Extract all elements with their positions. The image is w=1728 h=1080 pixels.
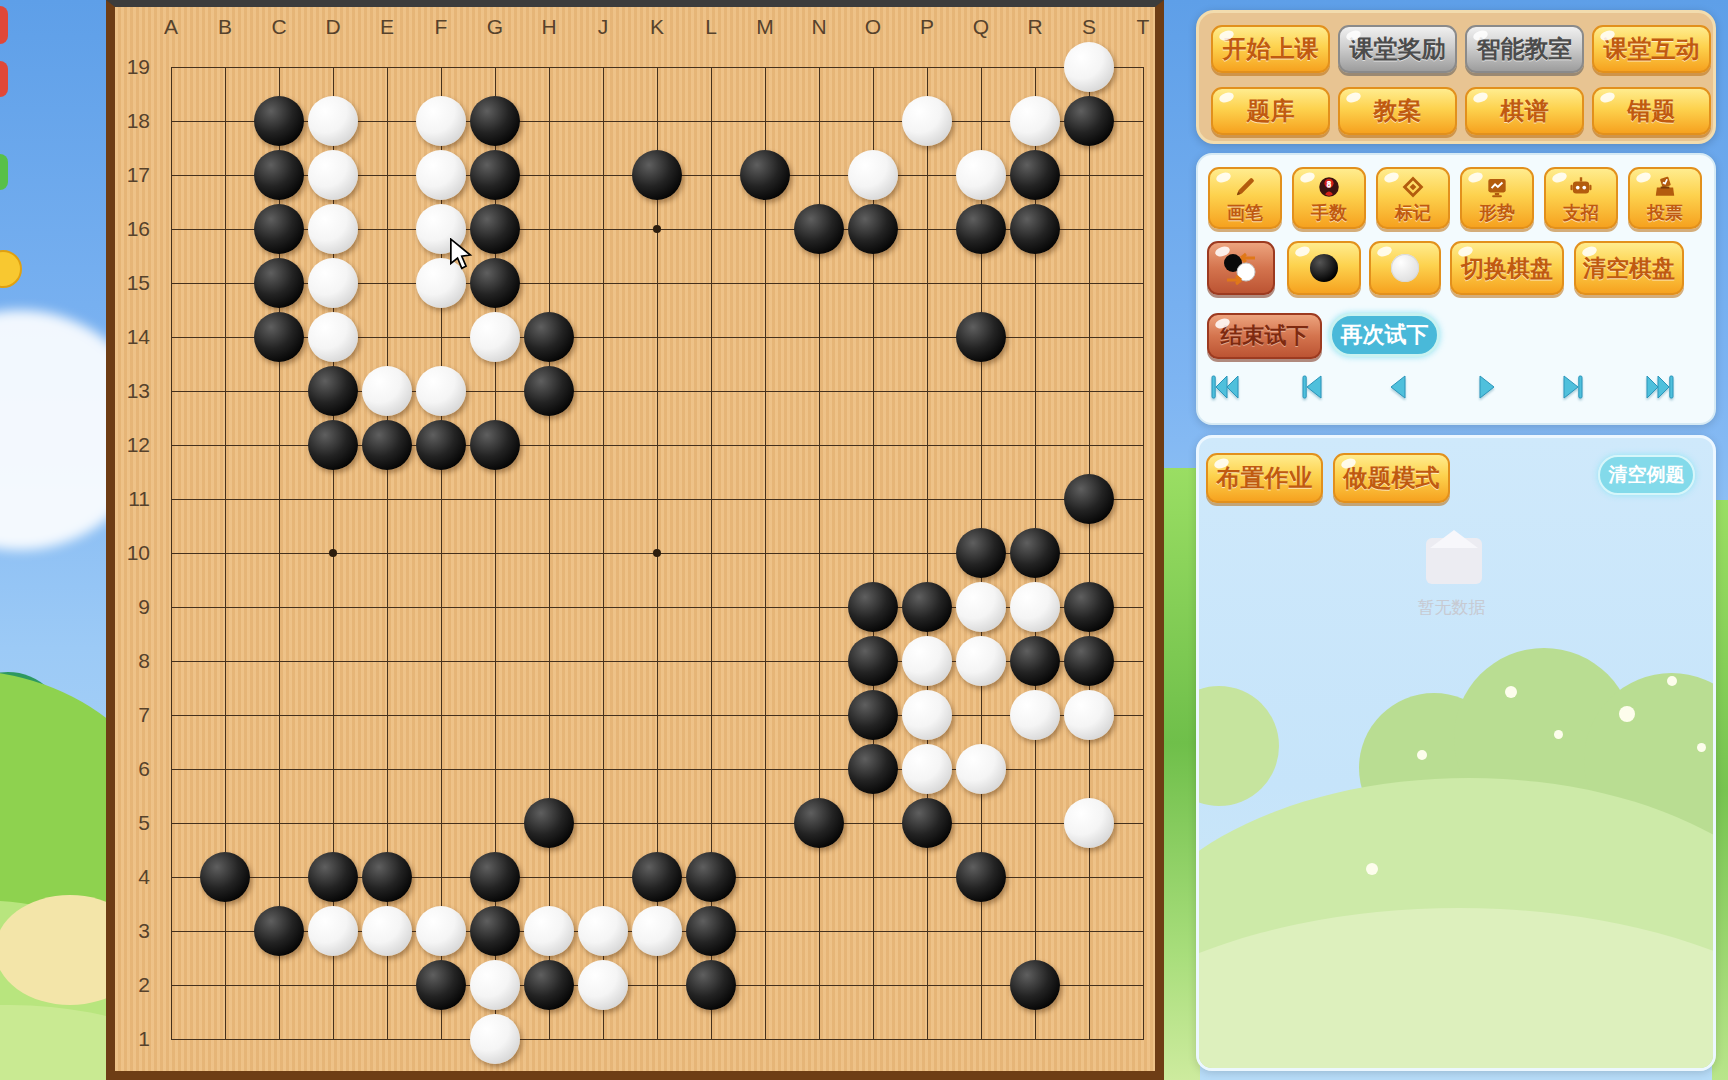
black-stone-O7[interactable] xyxy=(848,690,898,740)
back-button[interactable] xyxy=(1381,369,1417,405)
column-label-N: N xyxy=(804,15,834,39)
menu-button-智能教室[interactable]: 智能教室 xyxy=(1465,25,1584,73)
grid-line-vertical xyxy=(603,67,604,1040)
black-stone-K17[interactable] xyxy=(632,150,682,200)
black-stone-H14[interactable] xyxy=(524,312,574,362)
black-stone-L2[interactable] xyxy=(686,960,736,1010)
black-stone-G12[interactable] xyxy=(470,420,520,470)
move-number-icon: 8 xyxy=(1316,174,1342,200)
white-stone-icon xyxy=(1391,254,1419,282)
row-label-6: 6 xyxy=(116,757,150,781)
alternate-stones-icon xyxy=(1219,250,1263,286)
grid-line-horizontal xyxy=(171,1039,1144,1040)
column-label-R: R xyxy=(1020,15,1050,39)
row-label-14: 14 xyxy=(116,325,150,349)
black-stone-R10[interactable] xyxy=(1010,528,1060,578)
tool-button-label: 画笔 xyxy=(1227,201,1263,225)
tool-button-手数[interactable]: 8手数 xyxy=(1292,167,1366,229)
black-stone-Q16[interactable] xyxy=(956,204,1006,254)
white-stone-Q8[interactable] xyxy=(956,636,1006,686)
white-stone-Q17[interactable] xyxy=(956,150,1006,200)
back-icon xyxy=(1381,369,1417,405)
menu-button-棋谱[interactable]: 棋谱 xyxy=(1465,87,1584,135)
white-stone-D15[interactable] xyxy=(308,258,358,308)
white-stone-H3[interactable] xyxy=(524,906,574,956)
back-one-bar-button[interactable] xyxy=(1295,369,1331,405)
black-stone-N5[interactable] xyxy=(794,798,844,848)
problem-mode-button[interactable]: 做题模式 xyxy=(1333,453,1450,503)
black-stone-G4[interactable] xyxy=(470,852,520,902)
mouse-cursor-icon xyxy=(448,238,478,272)
white-stone-F17[interactable] xyxy=(416,150,466,200)
black-stone-P5[interactable] xyxy=(902,798,952,848)
grid-line-horizontal xyxy=(171,499,1144,500)
gloss xyxy=(1635,171,1652,184)
row-label-1: 1 xyxy=(116,1027,150,1051)
black-stone-C18[interactable] xyxy=(254,96,304,146)
tool-button-label: 形势 xyxy=(1479,201,1515,225)
bush-dot xyxy=(1366,863,1378,875)
row-label-9: 9 xyxy=(116,595,150,619)
row-label-13: 13 xyxy=(116,379,150,403)
menu-button-题库[interactable]: 题库 xyxy=(1211,87,1330,135)
black-stone-L4[interactable] xyxy=(686,852,736,902)
retry-trial-button[interactable]: 再次试下 xyxy=(1329,313,1440,357)
end-trial-label: 结束试下 xyxy=(1221,321,1309,351)
white-stone-Q9[interactable] xyxy=(956,582,1006,632)
white-stone-S5[interactable] xyxy=(1064,798,1114,848)
grid-line-vertical xyxy=(927,67,928,1040)
tool-button-画笔[interactable]: 画笔 xyxy=(1208,167,1282,229)
tool-button-label: 投票 xyxy=(1647,201,1683,225)
switch-board-label: 切换棋盘 xyxy=(1461,253,1553,284)
row-label-3: 3 xyxy=(116,919,150,943)
column-label-T: T xyxy=(1128,15,1158,39)
white-stone-E13[interactable] xyxy=(362,366,412,416)
column-label-L: L xyxy=(696,15,726,39)
black-stone-R8[interactable] xyxy=(1010,636,1060,686)
white-stone-R9[interactable] xyxy=(1010,582,1060,632)
row-label-12: 12 xyxy=(116,433,150,457)
bush-dot xyxy=(1619,706,1635,722)
pencil-icon xyxy=(1232,174,1258,200)
black-stone-O16[interactable] xyxy=(848,204,898,254)
column-label-S: S xyxy=(1074,15,1104,39)
forward-icon xyxy=(1468,369,1504,405)
bush-dot xyxy=(1697,743,1706,752)
envelope-flap xyxy=(1430,530,1478,548)
column-label-D: D xyxy=(318,15,348,39)
gloss xyxy=(1218,91,1235,104)
black-stone-Q14[interactable] xyxy=(956,312,1006,362)
bush-dot xyxy=(1505,686,1517,698)
row-label-2: 2 xyxy=(116,973,150,997)
white-stone-D16[interactable] xyxy=(308,204,358,254)
menu-button-label: 课堂互动 xyxy=(1604,33,1700,65)
grid-line-horizontal xyxy=(171,985,1144,986)
menu-button-错题[interactable]: 错题 xyxy=(1592,87,1711,135)
menu-button-label: 教案 xyxy=(1374,95,1422,127)
black-stone-O6[interactable] xyxy=(848,744,898,794)
white-stone-G1[interactable] xyxy=(470,1014,520,1064)
white-stone-G14[interactable] xyxy=(470,312,520,362)
homework-panel: 布置作业 做题模式 清空例题 暂无数据 xyxy=(1196,435,1716,1071)
column-label-B: B xyxy=(210,15,240,39)
menu-button-开始上课[interactable]: 开始上课 xyxy=(1211,25,1330,73)
tool-button-投票[interactable]: 投票 xyxy=(1628,167,1702,229)
black-stone-O9[interactable] xyxy=(848,582,898,632)
star-point-K10 xyxy=(653,549,661,557)
tool-button-label: 支招 xyxy=(1563,201,1599,225)
row-label-5: 5 xyxy=(116,811,150,835)
white-stone-P18[interactable] xyxy=(902,96,952,146)
white-stone-O17[interactable] xyxy=(848,150,898,200)
go-first-icon xyxy=(1208,369,1244,405)
back-one-bar-icon xyxy=(1295,369,1331,405)
column-label-E: E xyxy=(372,15,402,39)
white-stone-D18[interactable] xyxy=(308,96,358,146)
black-stone-Q10[interactable] xyxy=(956,528,1006,578)
column-label-H: H xyxy=(534,15,564,39)
star-point-K16 xyxy=(653,225,661,233)
column-label-Q: Q xyxy=(966,15,996,39)
column-label-M: M xyxy=(750,15,780,39)
grid-line-horizontal xyxy=(171,823,1144,824)
bush-dot xyxy=(1554,730,1563,739)
clear-board-label: 清空棋盘 xyxy=(1583,253,1675,284)
row-label-7: 7 xyxy=(116,703,150,727)
black-stone-M17[interactable] xyxy=(740,150,790,200)
forward-one-bar-button[interactable] xyxy=(1554,369,1590,405)
tool-button-标记[interactable]: 标记 xyxy=(1376,167,1450,229)
go-first-button[interactable] xyxy=(1208,369,1244,405)
black-stone-D4[interactable] xyxy=(308,852,358,902)
column-label-O: O xyxy=(858,15,888,39)
row-label-18: 18 xyxy=(116,109,150,133)
tool-button-支招[interactable]: 支招 xyxy=(1544,167,1618,229)
white-stone-R7[interactable] xyxy=(1010,690,1060,740)
black-stone-C14[interactable] xyxy=(254,312,304,362)
row-label-17: 17 xyxy=(116,163,150,187)
black-stone-L3[interactable] xyxy=(686,906,736,956)
black-stone-S18[interactable] xyxy=(1064,96,1114,146)
menu-button-课堂互动[interactable]: 课堂互动 xyxy=(1592,25,1711,73)
black-stone-E4[interactable] xyxy=(362,852,412,902)
row-label-8: 8 xyxy=(116,649,150,673)
black-stone-Q4[interactable] xyxy=(956,852,1006,902)
hill-right-gap xyxy=(1160,468,1200,1080)
row-label-16: 16 xyxy=(116,217,150,241)
empty-state-envelope-icon xyxy=(1426,538,1482,584)
menu-button-教案[interactable]: 教案 xyxy=(1338,87,1457,135)
empty-state-text: 暂无数据 xyxy=(1379,596,1524,619)
column-label-J: J xyxy=(588,15,618,39)
black-stone-G3[interactable] xyxy=(470,906,520,956)
black-stone-mode-button[interactable] xyxy=(1287,241,1361,295)
black-stone-R17[interactable] xyxy=(1010,150,1060,200)
white-stone-S7[interactable] xyxy=(1064,690,1114,740)
gloss xyxy=(1383,171,1400,184)
black-stone-C3[interactable] xyxy=(254,906,304,956)
gloss xyxy=(1345,91,1362,104)
top-menu-panel: 开始上课课堂奖励智能教室课堂互动题库教案棋谱错题 xyxy=(1196,10,1716,144)
white-stone-D3[interactable] xyxy=(308,906,358,956)
bush-dot xyxy=(1667,676,1677,686)
black-stone-P9[interactable] xyxy=(902,582,952,632)
white-stone-D17[interactable] xyxy=(308,150,358,200)
hill-band-light xyxy=(1196,908,1716,1071)
white-stone-J2[interactable] xyxy=(578,960,628,1010)
white-stone-F3[interactable] xyxy=(416,906,466,956)
bush xyxy=(1196,686,1279,806)
hint-icon xyxy=(1568,174,1594,200)
menu-button-label: 课堂奖励 xyxy=(1350,33,1446,65)
gloss xyxy=(1299,171,1316,184)
black-stone-F2[interactable] xyxy=(416,960,466,1010)
go-last-icon xyxy=(1641,369,1677,405)
column-label-F: F xyxy=(426,15,456,39)
black-stone-D12[interactable] xyxy=(308,420,358,470)
white-stone-G2[interactable] xyxy=(470,960,520,1010)
marker-icon xyxy=(1400,174,1426,200)
grid-line-vertical xyxy=(1143,67,1144,1040)
retry-trial-label: 再次试下 xyxy=(1341,320,1429,350)
forward-button[interactable] xyxy=(1468,369,1504,405)
gloss xyxy=(1294,245,1311,258)
menu-button-课堂奖励[interactable]: 课堂奖励 xyxy=(1338,25,1457,73)
menu-button-label: 错题 xyxy=(1628,95,1676,127)
svg-text:8: 8 xyxy=(1327,179,1332,189)
black-stone-S9[interactable] xyxy=(1064,582,1114,632)
star-point-D10 xyxy=(329,549,337,557)
gloss xyxy=(1376,245,1393,258)
menu-button-label: 智能教室 xyxy=(1477,33,1573,65)
column-label-G: G xyxy=(480,15,510,39)
tool-button-label: 标记 xyxy=(1395,201,1431,225)
white-stone-F18[interactable] xyxy=(416,96,466,146)
white-stone-R18[interactable] xyxy=(1010,96,1060,146)
black-stone-K4[interactable] xyxy=(632,852,682,902)
end-trial-button[interactable]: 结束试下 xyxy=(1207,313,1322,359)
white-stone-P6[interactable] xyxy=(902,744,952,794)
black-stone-icon xyxy=(1310,254,1338,282)
white-stone-Q6[interactable] xyxy=(956,744,1006,794)
grid-line-vertical xyxy=(765,67,766,1040)
row-label-11: 11 xyxy=(116,487,150,511)
white-stone-S19[interactable] xyxy=(1064,42,1114,92)
black-stone-C16[interactable] xyxy=(254,204,304,254)
black-stone-G17[interactable] xyxy=(470,150,520,200)
grid-line-vertical xyxy=(171,67,172,1040)
white-stone-D14[interactable] xyxy=(308,312,358,362)
board-grid[interactable] xyxy=(171,67,1143,1039)
row-label-4: 4 xyxy=(116,865,150,889)
column-label-C: C xyxy=(264,15,294,39)
white-stone-J3[interactable] xyxy=(578,906,628,956)
black-stone-S11[interactable] xyxy=(1064,474,1114,524)
black-stone-B4[interactable] xyxy=(200,852,250,902)
alternate-stone-mode-button[interactable] xyxy=(1207,241,1275,295)
white-stone-P7[interactable] xyxy=(902,690,952,740)
tool-button-label: 手数 xyxy=(1311,201,1347,225)
gloss xyxy=(1599,91,1616,104)
menu-button-label: 开始上课 xyxy=(1223,33,1319,65)
clear-examples-button[interactable]: 清空例题 xyxy=(1598,455,1695,495)
edge-fragment-red xyxy=(0,61,8,97)
white-stone-mode-button[interactable] xyxy=(1369,241,1441,295)
forward-one-bar-icon xyxy=(1554,369,1590,405)
black-stone-E12[interactable] xyxy=(362,420,412,470)
edge-fragment-yellow xyxy=(0,250,22,288)
black-stone-H5[interactable] xyxy=(524,798,574,848)
switch-board-button[interactable]: 切换棋盘 xyxy=(1450,241,1564,295)
gloss xyxy=(1215,171,1232,184)
row-label-19: 19 xyxy=(116,55,150,79)
grid-line-horizontal xyxy=(171,715,1144,716)
assign-homework-label: 布置作业 xyxy=(1217,462,1313,494)
column-label-P: P xyxy=(912,15,942,39)
clear-examples-label: 清空例题 xyxy=(1609,462,1685,488)
white-stone-P8[interactable] xyxy=(902,636,952,686)
go-board[interactable]: ABCDEFGHJKLMNOPQRST 19181716151413121110… xyxy=(106,0,1164,1080)
grid-line-horizontal xyxy=(171,67,1144,68)
grid-line-vertical xyxy=(1089,67,1090,1040)
menu-button-label: 题库 xyxy=(1247,95,1295,127)
row-label-10: 10 xyxy=(116,541,150,565)
black-stone-O8[interactable] xyxy=(848,636,898,686)
black-stone-R16[interactable] xyxy=(1010,204,1060,254)
black-stone-F12[interactable] xyxy=(416,420,466,470)
black-stone-H13[interactable] xyxy=(524,366,574,416)
black-stone-R2[interactable] xyxy=(1010,960,1060,1010)
black-stone-G18[interactable] xyxy=(470,96,520,146)
black-stone-H2[interactable] xyxy=(524,960,574,1010)
column-label-K: K xyxy=(642,15,672,39)
assign-homework-button[interactable]: 布置作业 xyxy=(1206,453,1323,503)
go-last-button[interactable] xyxy=(1641,369,1677,405)
column-label-A: A xyxy=(156,15,186,39)
situation-icon xyxy=(1484,174,1510,200)
black-stone-N16[interactable] xyxy=(794,204,844,254)
menu-button-label: 棋谱 xyxy=(1501,95,1549,127)
grid-line-vertical xyxy=(549,67,550,1040)
white-stone-K3[interactable] xyxy=(632,906,682,956)
tool-button-形势[interactable]: 形势 xyxy=(1460,167,1534,229)
clear-board-button[interactable]: 清空棋盘 xyxy=(1574,241,1684,295)
black-stone-C15[interactable] xyxy=(254,258,304,308)
gloss xyxy=(1467,171,1484,184)
white-stone-E3[interactable] xyxy=(362,906,412,956)
edge-fragment-red xyxy=(0,6,8,44)
vote-icon xyxy=(1652,174,1678,200)
bush-dot xyxy=(1417,750,1427,760)
black-stone-C17[interactable] xyxy=(254,150,304,200)
row-label-15: 15 xyxy=(116,271,150,295)
problem-mode-label: 做题模式 xyxy=(1344,462,1440,494)
black-stone-D13[interactable] xyxy=(308,366,358,416)
edge-fragment-green xyxy=(0,154,8,190)
tools-panel: 画笔8手数标记形势支招投票 切换棋盘 清空棋盘 结束试下 再次试下 xyxy=(1196,153,1716,425)
black-stone-S8[interactable] xyxy=(1064,636,1114,686)
gloss xyxy=(1472,91,1489,104)
gloss xyxy=(1551,171,1568,184)
white-stone-F13[interactable] xyxy=(416,366,466,416)
